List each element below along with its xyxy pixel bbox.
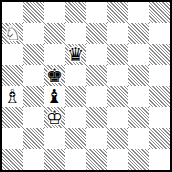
black-queen-fill: ♛: [65, 44, 86, 65]
square-c5[interactable]: ♚♚: [44, 65, 65, 86]
black-bishop-fill: ♝: [44, 86, 65, 107]
square-d5[interactable]: [65, 65, 86, 86]
square-g8[interactable]: [128, 2, 149, 23]
square-f7[interactable]: [107, 23, 128, 44]
square-g5[interactable]: [128, 65, 149, 86]
black-king-fill: ♚: [44, 65, 65, 86]
white-knight-fill: ♞: [2, 23, 23, 44]
square-a2[interactable]: [2, 128, 23, 149]
square-h4[interactable]: [149, 86, 170, 107]
square-g3[interactable]: [128, 107, 149, 128]
square-e7[interactable]: [86, 23, 107, 44]
square-e5[interactable]: [86, 65, 107, 86]
square-d4[interactable]: [65, 86, 86, 107]
square-g4[interactable]: [128, 86, 149, 107]
square-h5[interactable]: [149, 65, 170, 86]
square-d2[interactable]: [65, 128, 86, 149]
square-h7[interactable]: [149, 23, 170, 44]
square-f3[interactable]: [107, 107, 128, 128]
white-bishop-fill: ♝: [2, 86, 23, 107]
square-g6[interactable]: [128, 44, 149, 65]
square-d8[interactable]: [65, 2, 86, 23]
square-a3[interactable]: [2, 107, 23, 128]
square-h2[interactable]: [149, 128, 170, 149]
square-a7[interactable]: ♞♘: [2, 23, 23, 44]
square-c4[interactable]: ♝♝: [44, 86, 65, 107]
white-king: ♔: [44, 107, 65, 128]
square-b5[interactable]: [23, 65, 44, 86]
square-e8[interactable]: [86, 2, 107, 23]
white-king-fill: ♚: [44, 107, 65, 128]
square-a4[interactable]: ♝♗: [2, 86, 23, 107]
square-c3[interactable]: ♚♔: [44, 107, 65, 128]
square-e2[interactable]: [86, 128, 107, 149]
square-a5[interactable]: [2, 65, 23, 86]
square-b6[interactable]: [23, 44, 44, 65]
square-c1[interactable]: [44, 149, 65, 170]
square-g7[interactable]: [128, 23, 149, 44]
square-e1[interactable]: [86, 149, 107, 170]
square-d1[interactable]: [65, 149, 86, 170]
square-b4[interactable]: [23, 86, 44, 107]
square-b2[interactable]: [23, 128, 44, 149]
square-f6[interactable]: [107, 44, 128, 65]
white-knight: ♘: [2, 23, 23, 44]
square-g2[interactable]: [128, 128, 149, 149]
black-bishop: ♝: [44, 86, 65, 107]
chess-board: ♞♘♛♛♚♚♝♗♝♝♚♔: [0, 0, 172, 172]
white-bishop: ♗: [2, 86, 23, 107]
square-f1[interactable]: [107, 149, 128, 170]
square-f4[interactable]: [107, 86, 128, 107]
square-h3[interactable]: [149, 107, 170, 128]
square-b3[interactable]: [23, 107, 44, 128]
square-g1[interactable]: [128, 149, 149, 170]
square-c2[interactable]: [44, 128, 65, 149]
square-b1[interactable]: [23, 149, 44, 170]
square-b7[interactable]: [23, 23, 44, 44]
square-a1[interactable]: [2, 149, 23, 170]
black-king: ♚: [44, 65, 65, 86]
square-f5[interactable]: [107, 65, 128, 86]
square-d7[interactable]: [65, 23, 86, 44]
square-h8[interactable]: [149, 2, 170, 23]
square-a8[interactable]: [2, 2, 23, 23]
square-f8[interactable]: [107, 2, 128, 23]
square-c6[interactable]: [44, 44, 65, 65]
black-queen: ♛: [65, 44, 86, 65]
square-a6[interactable]: [2, 44, 23, 65]
square-e3[interactable]: [86, 107, 107, 128]
square-d3[interactable]: [65, 107, 86, 128]
square-c7[interactable]: [44, 23, 65, 44]
square-f2[interactable]: [107, 128, 128, 149]
square-h6[interactable]: [149, 44, 170, 65]
square-c8[interactable]: [44, 2, 65, 23]
square-d6[interactable]: ♛♛: [65, 44, 86, 65]
square-b8[interactable]: [23, 2, 44, 23]
square-h1[interactable]: [149, 149, 170, 170]
chess-diagram: ♞♘♛♛♚♚♝♗♝♝♚♔: [0, 0, 172, 172]
square-e6[interactable]: [86, 44, 107, 65]
square-e4[interactable]: [86, 86, 107, 107]
